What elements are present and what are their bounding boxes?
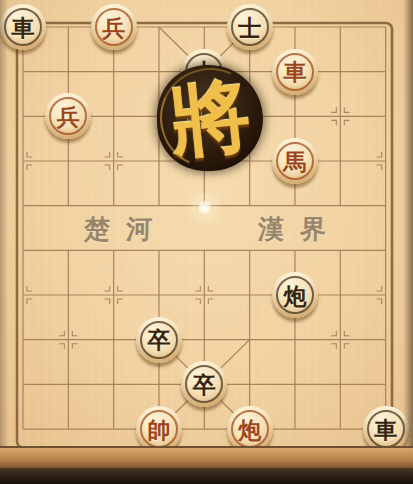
piece-red-pawn[interactable]: 兵	[91, 4, 137, 50]
piece-character: 帥	[147, 418, 170, 441]
table-background	[0, 468, 413, 484]
piece-character: 士	[238, 16, 261, 39]
piece-character: 卒	[147, 328, 170, 351]
piece-character: 車	[283, 60, 306, 83]
piece-character: 馬	[283, 150, 306, 173]
board-right-shadow	[403, 0, 413, 448]
sparkle-effect	[196, 199, 213, 216]
badge-seal-ornament	[187, 110, 202, 127]
piece-character: 炮	[283, 284, 306, 307]
piece-black-cannon[interactable]: 炮	[272, 272, 318, 318]
river-label-left: 楚河	[83, 212, 168, 246]
river-label-right: 漢界	[257, 212, 342, 246]
piece-character: 炮	[238, 418, 261, 441]
board-left-shadow	[0, 0, 8, 448]
piece-black-advisor[interactable]: 士	[227, 4, 273, 50]
board-front-bevel	[0, 446, 413, 470]
piece-character: 兵	[102, 16, 125, 39]
check-badge-glyph: 將	[166, 74, 254, 162]
xiangqi-screenshot: 楚河 漢界 車兵士士車兵馬炮卒卒帥炮車 將	[0, 0, 413, 484]
piece-character: 車	[12, 16, 35, 39]
check-badge: 將	[157, 65, 263, 171]
piece-red-chariot[interactable]: 車	[272, 49, 318, 95]
piece-character: 兵	[57, 105, 80, 128]
piece-character: 卒	[193, 373, 216, 396]
piece-black-pawn[interactable]: 卒	[136, 317, 182, 363]
piece-character: 車	[374, 418, 397, 441]
piece-red-horse[interactable]: 馬	[272, 138, 318, 184]
